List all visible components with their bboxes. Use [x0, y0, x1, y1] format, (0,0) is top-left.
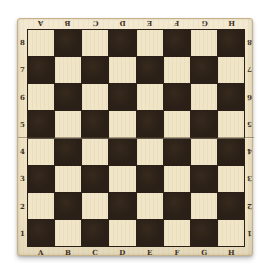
file-labels-bottom: ABCDEFGH	[27, 247, 245, 257]
square-d2[interactable]	[109, 193, 135, 219]
square-h2[interactable]	[218, 193, 244, 219]
rank-label-left-4: 4	[18, 138, 27, 165]
square-c4[interactable]	[82, 139, 108, 165]
square-d7[interactable]	[109, 57, 135, 83]
square-f1[interactable]	[164, 220, 190, 246]
file-label-bottom-e: E	[136, 247, 163, 257]
square-a5[interactable]	[28, 111, 54, 137]
square-a4[interactable]	[28, 139, 54, 165]
square-b4[interactable]	[55, 139, 81, 165]
square-e3[interactable]	[137, 166, 163, 192]
rank-label-right-1: 1	[245, 220, 254, 247]
rank-label-left-1: 1	[18, 220, 27, 247]
square-a7[interactable]	[28, 57, 54, 83]
square-g3[interactable]	[191, 166, 217, 192]
square-d5[interactable]	[109, 111, 135, 137]
file-label-top-f: F	[163, 19, 190, 29]
rank-label-left-2: 2	[18, 193, 27, 220]
rank-labels-right: 87654321	[245, 29, 254, 247]
rank-label-right-7: 7	[245, 56, 254, 83]
square-e5[interactable]	[137, 111, 163, 137]
square-h5[interactable]	[218, 111, 244, 137]
square-e7[interactable]	[137, 57, 163, 83]
file-label-bottom-a: A	[27, 247, 54, 257]
rank-label-right-6: 6	[245, 84, 254, 111]
rank-label-right-8: 8	[245, 29, 254, 56]
square-h3[interactable]	[218, 166, 244, 192]
square-b2[interactable]	[55, 193, 81, 219]
square-a6[interactable]	[28, 84, 54, 110]
square-h1[interactable]	[218, 220, 244, 246]
rank-label-right-4: 4	[245, 138, 254, 165]
square-b3[interactable]	[55, 166, 81, 192]
square-c8[interactable]	[82, 30, 108, 56]
chess-board: ABCDEFGH 87654321 87654321 ABCDEFGH	[17, 18, 253, 256]
square-b5[interactable]	[55, 111, 81, 137]
square-d8[interactable]	[109, 30, 135, 56]
rank-label-right-3: 3	[245, 165, 254, 192]
square-c5[interactable]	[82, 111, 108, 137]
square-g2[interactable]	[191, 193, 217, 219]
square-f8[interactable]	[164, 30, 190, 56]
file-labels-top: ABCDEFGH	[27, 19, 245, 29]
square-c1[interactable]	[82, 220, 108, 246]
square-f3[interactable]	[164, 166, 190, 192]
file-label-top-a: A	[27, 19, 54, 29]
square-b6[interactable]	[55, 84, 81, 110]
file-label-bottom-h: H	[218, 247, 245, 257]
file-label-bottom-g: G	[191, 247, 218, 257]
square-e6[interactable]	[137, 84, 163, 110]
square-c6[interactable]	[82, 84, 108, 110]
square-f6[interactable]	[164, 84, 190, 110]
square-d4[interactable]	[109, 139, 135, 165]
file-label-bottom-d: D	[109, 247, 136, 257]
file-label-top-d: D	[109, 19, 136, 29]
square-g8[interactable]	[191, 30, 217, 56]
square-f7[interactable]	[164, 57, 190, 83]
file-label-bottom-f: F	[163, 247, 190, 257]
square-d1[interactable]	[109, 220, 135, 246]
square-h6[interactable]	[218, 84, 244, 110]
file-label-top-b: B	[54, 19, 81, 29]
file-label-bottom-b: B	[54, 247, 81, 257]
square-c7[interactable]	[82, 57, 108, 83]
square-f4[interactable]	[164, 139, 190, 165]
rank-label-right-5: 5	[245, 111, 254, 138]
square-g5[interactable]	[191, 111, 217, 137]
square-g4[interactable]	[191, 139, 217, 165]
rank-label-left-5: 5	[18, 111, 27, 138]
square-d3[interactable]	[109, 166, 135, 192]
rank-label-left-6: 6	[18, 84, 27, 111]
file-label-top-h: H	[218, 19, 245, 29]
rank-label-left-8: 8	[18, 29, 27, 56]
square-c2[interactable]	[82, 193, 108, 219]
rank-labels-left: 87654321	[18, 29, 27, 247]
square-g7[interactable]	[191, 57, 217, 83]
file-label-top-c: C	[82, 19, 109, 29]
square-g6[interactable]	[191, 84, 217, 110]
square-a1[interactable]	[28, 220, 54, 246]
square-h7[interactable]	[218, 57, 244, 83]
square-g1[interactable]	[191, 220, 217, 246]
file-label-top-e: E	[136, 19, 163, 29]
square-h8[interactable]	[218, 30, 244, 56]
square-e1[interactable]	[137, 220, 163, 246]
square-h4[interactable]	[218, 139, 244, 165]
square-b7[interactable]	[55, 57, 81, 83]
square-a8[interactable]	[28, 30, 54, 56]
square-b8[interactable]	[55, 30, 81, 56]
square-a2[interactable]	[28, 193, 54, 219]
file-label-top-g: G	[191, 19, 218, 29]
square-e8[interactable]	[137, 30, 163, 56]
rank-label-left-3: 3	[18, 165, 27, 192]
board-grid	[27, 29, 245, 247]
square-f2[interactable]	[164, 193, 190, 219]
rank-label-left-7: 7	[18, 56, 27, 83]
square-d6[interactable]	[109, 84, 135, 110]
square-c3[interactable]	[82, 166, 108, 192]
square-a3[interactable]	[28, 166, 54, 192]
file-label-bottom-c: C	[82, 247, 109, 257]
board-fold-seam	[18, 137, 254, 138]
square-e2[interactable]	[137, 193, 163, 219]
square-f5[interactable]	[164, 111, 190, 137]
square-e4[interactable]	[137, 139, 163, 165]
square-b1[interactable]	[55, 220, 81, 246]
rank-label-right-2: 2	[245, 193, 254, 220]
